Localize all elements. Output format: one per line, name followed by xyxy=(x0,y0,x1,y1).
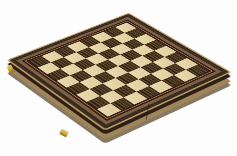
scene xyxy=(0,0,237,156)
chessboard xyxy=(38,0,198,146)
board-frame xyxy=(16,17,221,125)
board-top-surface xyxy=(7,13,232,131)
